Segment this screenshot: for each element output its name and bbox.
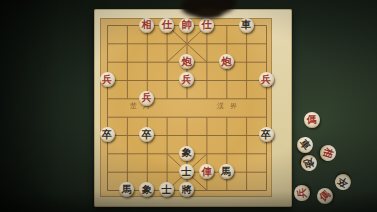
- captured-piece-red-兵[interactable]: 兵: [293, 184, 310, 201]
- video-frame: 楚河 漢界 相仕帥仕車炮炮兵兵兵兵卒卒卒象士俥馬馬象士將傌車相炮卒兵傌: [0, 0, 377, 212]
- piece-red-仕[interactable]: 仕: [159, 18, 174, 33]
- piece-red-仕[interactable]: 仕: [199, 18, 214, 33]
- piece-black-馬[interactable]: 馬: [219, 164, 234, 179]
- piece-red-兵[interactable]: 兵: [100, 72, 115, 87]
- piece-red-相[interactable]: 相: [139, 18, 154, 33]
- piece-black-象[interactable]: 象: [179, 146, 194, 161]
- piece-black-卒[interactable]: 卒: [259, 127, 274, 142]
- xiangqi-board[interactable]: 楚河 漢界: [94, 9, 292, 207]
- captured-piece-red-傌[interactable]: 傌: [314, 185, 337, 208]
- captured-piece-black-卒[interactable]: 卒: [332, 171, 354, 193]
- captured-piece-red-傌[interactable]: 傌: [304, 112, 320, 128]
- piece-black-卒[interactable]: 卒: [100, 127, 115, 142]
- captured-piece-black-炮[interactable]: 炮: [299, 153, 320, 174]
- player-hand-fingers: [196, 8, 222, 18]
- piece-black-車[interactable]: 車: [239, 18, 254, 33]
- piece-red-帥[interactable]: 帥: [179, 18, 194, 33]
- piece-red-炮[interactable]: 炮: [219, 54, 234, 69]
- captured-piece-red-相[interactable]: 相: [318, 143, 338, 163]
- piece-red-俥[interactable]: 俥: [199, 164, 214, 179]
- river-label-right: 漢界: [217, 103, 243, 110]
- piece-red-兵[interactable]: 兵: [259, 72, 274, 87]
- captured-piece-black-車[interactable]: 車: [294, 134, 316, 156]
- piece-red-兵[interactable]: 兵: [139, 91, 154, 106]
